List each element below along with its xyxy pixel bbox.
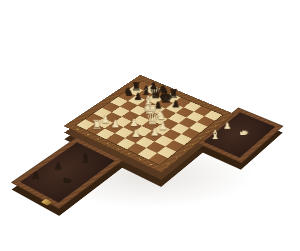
pawn-glyph: ♟ (150, 128, 159, 138)
rook-glyph: ♜ (91, 119, 102, 131)
pawn-glyph: ♟ (61, 176, 72, 186)
pawn-glyph: ♟ (111, 119, 120, 129)
pawn-glyph: ♟ (31, 171, 40, 181)
knight-glyph: ♞ (238, 128, 250, 139)
pawn-glyph: ♟ (131, 129, 140, 139)
pawn-glyph: ♟ (223, 122, 231, 131)
bishop-glyph: ♝ (210, 128, 221, 140)
pawn-glyph: ♟ (133, 92, 142, 102)
pawn-glyph: ♟ (54, 162, 63, 172)
knight-glyph: ♞ (123, 86, 133, 98)
product-photo-chess-set: ♟♟♟♝ ♝♟♞ ♞♜♜♟♟♝♟♟♝♛♞♟♚♟♚♜♟♛♞♟♟♟ (0, 0, 300, 251)
pawn-glyph: ♟ (171, 100, 180, 110)
bishop-glyph: ♝ (80, 152, 91, 165)
queen-glyph: ♛ (145, 112, 159, 127)
